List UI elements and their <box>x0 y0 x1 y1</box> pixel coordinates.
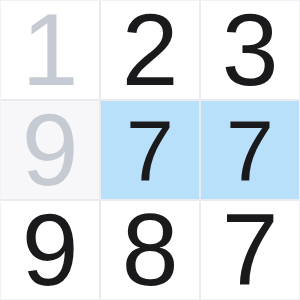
cell-r2c2[interactable]: 7 <box>101 101 199 199</box>
number-grid: 1 2 3 9 7 7 9 8 7 <box>0 0 300 300</box>
cell-r3c2[interactable]: 8 <box>101 201 199 299</box>
cell-r1c3[interactable]: 3 <box>201 1 299 99</box>
cell-r2c1[interactable]: 9 <box>1 101 99 199</box>
cell-r2c3[interactable]: 7 <box>201 101 299 199</box>
cell-r1c1[interactable]: 1 <box>1 1 99 99</box>
cell-r1c2[interactable]: 2 <box>101 1 199 99</box>
cell-r3c3[interactable]: 7 <box>201 201 299 299</box>
cell-r3c1[interactable]: 9 <box>1 201 99 299</box>
